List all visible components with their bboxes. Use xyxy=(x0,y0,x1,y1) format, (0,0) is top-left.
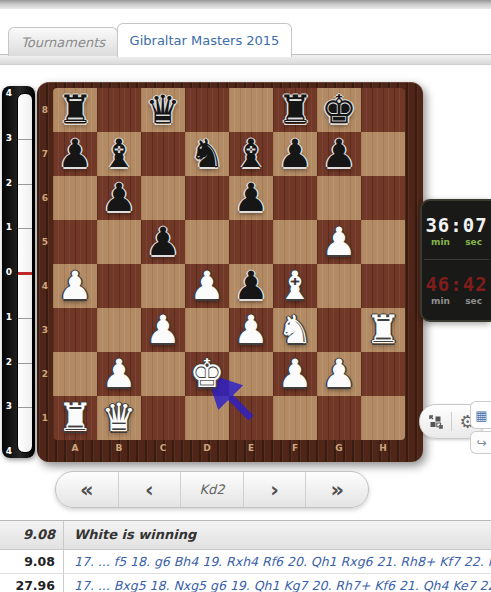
black-knight[interactable]: ♞ xyxy=(190,132,225,176)
eval-scale-label: 2 xyxy=(2,357,16,367)
square-h2[interactable] xyxy=(361,352,405,396)
eval-tick xyxy=(18,184,32,185)
rank-label-8: 8 xyxy=(37,88,53,132)
square-d7[interactable]: ♞ xyxy=(185,132,229,176)
black-pawn[interactable]: ♟ xyxy=(58,132,93,176)
square-d8[interactable] xyxy=(185,88,229,132)
square-c6[interactable] xyxy=(141,176,185,220)
square-d6[interactable] xyxy=(185,176,229,220)
square-e2[interactable] xyxy=(229,352,273,396)
square-c3[interactable]: ♟ xyxy=(141,308,185,352)
square-h5[interactable] xyxy=(361,220,405,264)
square-b3[interactable] xyxy=(97,308,141,352)
file-label-d: D xyxy=(185,443,229,458)
previous-move-button[interactable]: ‹ xyxy=(118,472,181,507)
board-squares: ♜♛♜♚♟♝♞♝♟♟♟♟♟♟♟♟♟♝♟♟♞♜♟♚♟♟♜♛ xyxy=(53,88,405,440)
square-b4[interactable] xyxy=(97,264,141,308)
square-f6[interactable] xyxy=(273,176,317,220)
square-e7[interactable]: ♝ xyxy=(229,132,273,176)
browser-chrome-strip xyxy=(0,0,491,10)
square-d1[interactable] xyxy=(185,396,229,440)
square-c1[interactable] xyxy=(141,396,185,440)
square-g5[interactable]: ♟ xyxy=(317,220,361,264)
white-knight[interactable]: ♞ xyxy=(278,308,313,352)
analysis-line-moves: 17. ... Bxg5 18. Nxg5 g6 19. Qh1 Kg7 20.… xyxy=(64,574,491,592)
analysis-line-eval: 9.08 xyxy=(0,550,64,573)
square-b5[interactable] xyxy=(97,220,141,264)
square-a2[interactable] xyxy=(53,352,97,396)
black-rook[interactable]: ♜ xyxy=(278,88,313,132)
chess-board: 87654321 ♜♛♜♚♟♝♞♝♟♟♟♟♟♟♟♟♟♝♟♟♞♜♟♚♟♟♜♛ AB… xyxy=(37,82,423,462)
square-b7[interactable]: ♝ xyxy=(97,132,141,176)
eval-scale-label: 2 xyxy=(2,178,16,188)
resize-board-button[interactable] xyxy=(420,405,451,438)
rank-labels: 87654321 xyxy=(37,88,53,440)
rank-label-3: 3 xyxy=(37,308,53,352)
move-navigation: « ‹ Kd2 › » xyxy=(55,471,369,508)
white-pawn[interactable]: ♟ xyxy=(102,352,137,396)
eval-tick xyxy=(18,228,32,229)
square-f1[interactable] xyxy=(273,396,317,440)
file-label-c: C xyxy=(141,443,185,458)
white-bishop[interactable]: ♝ xyxy=(278,264,313,308)
file-label-e: E xyxy=(229,443,273,458)
rank-label-7: 7 xyxy=(37,132,53,176)
square-b6[interactable]: ♟ xyxy=(97,176,141,220)
square-c4[interactable] xyxy=(141,264,185,308)
clock-top: 36:07 min sec xyxy=(422,201,491,259)
clock-top-min-label: min xyxy=(431,237,450,247)
white-king[interactable]: ♚ xyxy=(190,352,225,396)
square-f5[interactable] xyxy=(273,220,317,264)
square-a1[interactable]: ♜ xyxy=(53,396,97,440)
first-move-button[interactable]: « xyxy=(56,472,118,507)
analysis-line-eval: 27.96 xyxy=(0,574,64,592)
file-label-b: B xyxy=(97,443,141,458)
square-g6[interactable] xyxy=(317,176,361,220)
square-f8[interactable]: ♜ xyxy=(273,88,317,132)
square-h3[interactable]: ♜ xyxy=(361,308,405,352)
square-g7[interactable]: ♟ xyxy=(317,132,361,176)
square-f7[interactable]: ♟ xyxy=(273,132,317,176)
eval-tick xyxy=(18,139,32,140)
black-king[interactable]: ♚ xyxy=(322,88,357,132)
rank-label-5: 5 xyxy=(37,220,53,264)
tab-tournaments[interactable]: Tournaments xyxy=(8,27,118,56)
clock-bottom-time: 46:42 xyxy=(422,273,491,295)
rank-label-4: 4 xyxy=(37,264,53,308)
eval-tick xyxy=(18,318,32,319)
black-bishop[interactable]: ♝ xyxy=(234,132,269,176)
white-rook[interactable]: ♜ xyxy=(58,396,93,440)
square-d3[interactable] xyxy=(185,308,229,352)
analysis-line-moves: 17. ... f5 18. g6 Bh4 19. Rxh4 Rf6 20. Q… xyxy=(64,550,491,573)
square-e6[interactable]: ♟ xyxy=(229,176,273,220)
black-pawn[interactable]: ♟ xyxy=(146,220,181,264)
eval-scale-label: 4 xyxy=(2,88,16,98)
rank-label-1: 1 xyxy=(37,396,53,440)
square-e1[interactable] xyxy=(229,396,273,440)
rank-label-6: 6 xyxy=(37,176,53,220)
square-f3[interactable]: ♞ xyxy=(273,308,317,352)
file-labels: ABCDEFGH xyxy=(53,443,405,458)
analysis-line-row[interactable]: 27.96 17. ... Bxg5 18. Nxg5 g6 19. Qh1 K… xyxy=(0,574,491,592)
app-window: Tournaments Gibraltar Masters 2015 43210… xyxy=(0,0,491,592)
eval-tick xyxy=(18,407,32,408)
square-c2[interactable] xyxy=(141,352,185,396)
list-icon: ▦ xyxy=(475,408,487,423)
square-b1[interactable]: ♛ xyxy=(97,396,141,440)
square-a7[interactable]: ♟ xyxy=(53,132,97,176)
square-a4[interactable]: ♟ xyxy=(53,264,97,308)
eval-scale-label: 3 xyxy=(2,133,16,143)
square-f2[interactable]: ♟ xyxy=(273,352,317,396)
file-label-f: F xyxy=(273,443,317,458)
share-icon: ↪ xyxy=(476,436,486,450)
white-queen[interactable]: ♛ xyxy=(102,396,137,440)
square-c8[interactable]: ♛ xyxy=(141,88,185,132)
square-f4[interactable]: ♝ xyxy=(273,264,317,308)
eval-scale-label: 0 xyxy=(2,267,16,277)
white-pawn[interactable]: ♟ xyxy=(58,264,93,308)
resize-board-icon xyxy=(428,414,444,430)
eval-zero-line xyxy=(18,272,32,275)
square-b8[interactable] xyxy=(97,88,141,132)
clock-bottom: 46:42 min sec xyxy=(422,260,491,318)
analysis-header-eval: 9.08 xyxy=(0,521,64,549)
side-panel-fragment-bottom[interactable]: ↪ xyxy=(470,431,491,454)
clock-bottom-min-label: min xyxy=(431,296,450,306)
square-g8[interactable]: ♚ xyxy=(317,88,361,132)
square-c5[interactable]: ♟ xyxy=(141,220,185,264)
eval-tick xyxy=(18,363,32,364)
square-e5[interactable] xyxy=(229,220,273,264)
tab-gibraltar-masters-label: Gibraltar Masters 2015 xyxy=(130,33,280,48)
clock-top-time: 36:07 xyxy=(422,214,491,236)
analysis-line-row[interactable]: 9.08 17. ... f5 18. g6 Bh4 19. Rxh4 Rf6 … xyxy=(0,550,491,574)
square-h7[interactable] xyxy=(361,132,405,176)
square-h4[interactable] xyxy=(361,264,405,308)
square-h1[interactable] xyxy=(361,396,405,440)
file-label-a: A xyxy=(53,443,97,458)
white-rook[interactable]: ♜ xyxy=(366,308,401,352)
tab-gibraltar-masters[interactable]: Gibraltar Masters 2015 xyxy=(117,23,292,57)
square-d2[interactable]: ♚ xyxy=(185,352,229,396)
black-pawn[interactable]: ♟ xyxy=(234,176,269,220)
black-queen[interactable]: ♛ xyxy=(146,88,181,132)
square-d5[interactable] xyxy=(185,220,229,264)
eval-scale-label: 1 xyxy=(2,312,16,322)
square-g2[interactable]: ♟ xyxy=(317,352,361,396)
square-a6[interactable] xyxy=(53,176,97,220)
file-label-h: H xyxy=(361,443,405,458)
black-rook[interactable]: ♜ xyxy=(58,88,93,132)
white-pawn[interactable]: ♟ xyxy=(234,308,269,352)
square-e3[interactable]: ♟ xyxy=(229,308,273,352)
analysis-header-row: 9.08 White is winning xyxy=(0,521,491,550)
square-e4[interactable]: ♟ xyxy=(229,264,273,308)
eval-scale-label: 3 xyxy=(2,401,16,411)
black-pawn[interactable]: ♟ xyxy=(234,264,269,308)
square-a3[interactable] xyxy=(53,308,97,352)
engine-analysis: 9.08 White is winning 9.08 17. ... f5 18… xyxy=(0,520,491,592)
white-pawn[interactable]: ♟ xyxy=(190,264,225,308)
side-panel-fragment-top[interactable]: ▦ xyxy=(470,401,491,429)
file-label-g: G xyxy=(317,443,361,458)
next-move-button[interactable]: › xyxy=(243,472,306,507)
white-pawn[interactable]: ♟ xyxy=(278,352,313,396)
black-pawn[interactable]: ♟ xyxy=(278,132,313,176)
evaluation-bar-track xyxy=(17,93,33,453)
eval-scale-label: 1 xyxy=(2,222,16,232)
white-pawn[interactable]: ♟ xyxy=(322,352,357,396)
square-e8[interactable] xyxy=(229,88,273,132)
clock-top-sec-label: sec xyxy=(465,237,482,247)
current-move-label: Kd2 xyxy=(180,472,243,507)
white-pawn[interactable]: ♟ xyxy=(322,220,357,264)
black-pawn[interactable]: ♟ xyxy=(322,132,357,176)
black-pawn[interactable]: ♟ xyxy=(102,176,137,220)
square-a8[interactable]: ♜ xyxy=(53,88,97,132)
analysis-verdict: White is winning xyxy=(64,521,491,549)
square-d4[interactable]: ♟ xyxy=(185,264,229,308)
square-g3[interactable] xyxy=(317,308,361,352)
square-c7[interactable] xyxy=(141,132,185,176)
eval-scale-label: 4 xyxy=(2,446,16,456)
evaluation-bar: 432101234 xyxy=(2,86,35,458)
last-move-button[interactable]: » xyxy=(305,472,368,507)
game-clocks: 36:07 min sec 46:42 min sec xyxy=(420,199,491,322)
square-g4[interactable] xyxy=(317,264,361,308)
square-h6[interactable] xyxy=(361,176,405,220)
tab-tournaments-label: Tournaments xyxy=(21,35,105,50)
black-bishop[interactable]: ♝ xyxy=(102,132,137,176)
square-g1[interactable] xyxy=(317,396,361,440)
rank-label-2: 2 xyxy=(37,352,53,396)
white-pawn[interactable]: ♟ xyxy=(146,308,181,352)
square-a5[interactable] xyxy=(53,220,97,264)
clock-bottom-sec-label: sec xyxy=(465,296,482,306)
square-h8[interactable] xyxy=(361,88,405,132)
square-b2[interactable]: ♟ xyxy=(97,352,141,396)
